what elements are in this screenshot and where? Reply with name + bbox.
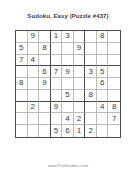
sudoku-cell-r3c8 (97, 55, 109, 67)
sudoku-cell-r3c2: 4 (28, 55, 40, 67)
sudoku-cell-r8c2 (28, 113, 40, 125)
sudoku-cell-r8c4 (51, 113, 63, 125)
sudoku-cell-r6c8 (97, 90, 109, 102)
sudoku-cell-r8c5: 4 (62, 113, 74, 125)
sudoku-cell-r6c1 (16, 90, 28, 102)
sudoku-cell-r4c2 (28, 66, 40, 78)
sudoku-cell-r1c4: 1 (51, 31, 63, 43)
sudoku-cell-r2c1: 5 (16, 43, 28, 55)
sudoku-cell-r6c5: 5 (62, 90, 74, 102)
sudoku-cell-r7c7 (85, 102, 97, 114)
sudoku-cell-r2c6: 9 (74, 43, 86, 55)
sudoku-cell-r9c3 (39, 125, 51, 137)
sudoku-cell-r9c2 (28, 125, 40, 137)
sudoku-cell-r5c6 (74, 78, 86, 90)
sudoku-cell-r5c3: 9 (39, 78, 51, 90)
sudoku-cell-r9c6: 1 (74, 125, 86, 137)
sudoku-cell-r8c9: 7 (108, 113, 120, 125)
sudoku-board: 913858974679358965829484275612 (15, 30, 121, 138)
sudoku-cell-r5c2 (28, 78, 40, 90)
sudoku-cell-r1c5: 3 (62, 31, 74, 43)
sudoku-cell-r5c9 (108, 78, 120, 90)
sudoku-cell-r7c3 (39, 102, 51, 114)
sudoku-cell-r1c9 (108, 31, 120, 43)
sudoku-cell-r3c3 (39, 55, 51, 67)
sudoku-cell-r7c9: 8 (108, 102, 120, 114)
sudoku-cell-r1c7 (85, 31, 97, 43)
sudoku-sheet: Sudoku, Easy (Puzzle #437) 9138589746793… (0, 0, 136, 176)
sudoku-cell-r6c9 (108, 90, 120, 102)
sudoku-cell-r9c7: 2 (85, 125, 97, 137)
sudoku-cell-r8c7 (85, 113, 97, 125)
sudoku-cell-r7c1 (16, 102, 28, 114)
sudoku-cell-r3c9 (108, 55, 120, 67)
sudoku-cell-r4c3: 6 (39, 66, 51, 78)
sudoku-cell-r1c6 (74, 31, 86, 43)
sudoku-cell-r2c3: 8 (39, 43, 51, 55)
sudoku-cell-r8c6: 2 (74, 113, 86, 125)
sudoku-cell-r4c9 (108, 66, 120, 78)
sudoku-cell-r7c5 (62, 102, 74, 114)
footer-url: www.PrintSudoku.com (0, 163, 136, 168)
sudoku-cell-r3c6 (74, 55, 86, 67)
sudoku-cell-r7c2: 2 (28, 102, 40, 114)
sudoku-cell-r4c8: 5 (97, 66, 109, 78)
sudoku-cell-r6c3 (39, 90, 51, 102)
sudoku-cell-r3c1: 7 (16, 55, 28, 67)
sudoku-cell-r1c3 (39, 31, 51, 43)
sudoku-cell-r4c5: 9 (62, 66, 74, 78)
sudoku-cell-r7c6 (74, 102, 86, 114)
sudoku-cell-r9c9 (108, 125, 120, 137)
page-title: Sudoku, Easy (Puzzle #437) (0, 13, 136, 19)
sudoku-cell-r9c4: 5 (51, 125, 63, 137)
sudoku-cell-r2c7 (85, 43, 97, 55)
sudoku-cell-r2c5 (62, 43, 74, 55)
sudoku-cell-r4c7: 3 (85, 66, 97, 78)
sudoku-cell-r1c1 (16, 31, 28, 43)
sudoku-cell-r6c4 (51, 90, 63, 102)
sudoku-cell-r3c5 (62, 55, 74, 67)
sudoku-cell-r1c2: 9 (28, 31, 40, 43)
sudoku-cell-r2c2 (28, 43, 40, 55)
sudoku-cell-r9c1 (16, 125, 28, 137)
sudoku-cell-r4c6 (74, 66, 86, 78)
sudoku-cell-r5c5 (62, 78, 74, 90)
sudoku-cell-r2c8 (97, 43, 109, 55)
sudoku-cell-r2c9 (108, 43, 120, 55)
sudoku-cell-r9c8 (97, 125, 109, 137)
sudoku-cell-r4c1 (16, 66, 28, 78)
sudoku-cell-r6c6 (74, 90, 86, 102)
sudoku-cell-r3c7 (85, 55, 97, 67)
sudoku-cell-r5c7 (85, 78, 97, 90)
sudoku-cell-r5c8: 6 (97, 78, 109, 90)
sudoku-cell-r3c4 (51, 55, 63, 67)
sudoku-cell-r6c2 (28, 90, 40, 102)
sudoku-cell-r8c3 (39, 113, 51, 125)
sudoku-cell-r7c8: 4 (97, 102, 109, 114)
sudoku-cell-r6c7: 8 (85, 90, 97, 102)
sudoku-cell-r8c8 (97, 113, 109, 125)
sudoku-cell-r7c4: 9 (51, 102, 63, 114)
sudoku-cell-r5c1: 8 (16, 78, 28, 90)
sudoku-cell-r8c1 (16, 113, 28, 125)
sudoku-cell-r4c4: 7 (51, 66, 63, 78)
sudoku-cell-r2c4 (51, 43, 63, 55)
sudoku-cell-r9c5: 6 (62, 125, 74, 137)
sudoku-cell-r5c4 (51, 78, 63, 90)
sudoku-cell-r1c8: 8 (97, 31, 109, 43)
